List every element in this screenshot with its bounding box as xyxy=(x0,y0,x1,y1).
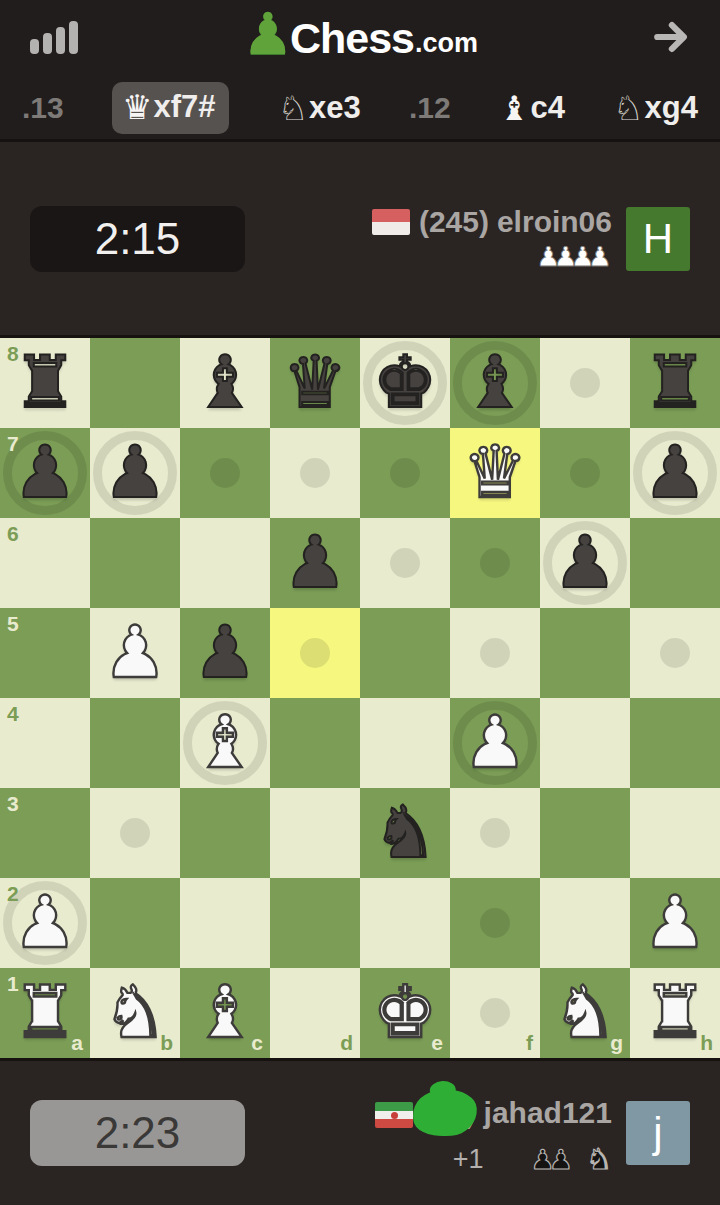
square-c6[interactable] xyxy=(180,518,270,608)
square-h6[interactable] xyxy=(630,518,720,608)
bottom-player-clock: 2:23 xyxy=(30,1100,245,1166)
black-rook-h8[interactable]: ♜ xyxy=(630,338,720,428)
move-hint-dot-h5 xyxy=(660,638,690,668)
move-ticker: .13 ♛ xf7# ♘ xe3 .12 ♝ c4 ♘ xg4 xyxy=(0,76,720,142)
square-c5[interactable]: ♟ xyxy=(180,608,270,698)
captured-white-pawns: ♟♟♟♟ xyxy=(536,241,612,272)
square-b2[interactable] xyxy=(90,878,180,968)
square-f5[interactable] xyxy=(450,608,540,698)
captured-black-knight: ♞ xyxy=(586,1142,612,1176)
black-king-e8[interactable]: ♚ xyxy=(360,338,450,428)
square-g7[interactable] xyxy=(540,428,630,518)
black-pawn-d6[interactable]: ♟ xyxy=(270,518,360,608)
pawn-logo-icon: ♟ xyxy=(242,5,294,63)
square-e3[interactable]: ♞ xyxy=(360,788,450,878)
square-g3[interactable] xyxy=(540,788,630,878)
white-pawn-f4[interactable]: ♟ xyxy=(450,698,540,788)
square-a2[interactable]: 2♟ xyxy=(0,878,90,968)
move-hint-dot-f1 xyxy=(480,998,510,1028)
move-hint-dot-e6 xyxy=(390,548,420,578)
square-a4[interactable]: 4 xyxy=(0,698,90,788)
move-text: xe3 xyxy=(309,90,361,126)
move-hint-dot-f2 xyxy=(480,908,510,938)
square-e4[interactable] xyxy=(360,698,450,788)
move-qxf7-mate[interactable]: ♛ xf7# xyxy=(112,82,230,134)
signal-bars-icon xyxy=(30,21,78,54)
square-d5[interactable] xyxy=(270,608,360,698)
square-c4[interactable]: ♝ xyxy=(180,698,270,788)
white-bishop-c1[interactable]: ♝ xyxy=(180,968,270,1058)
file-label-d: d xyxy=(340,1031,353,1055)
square-b5[interactable]: ♟ xyxy=(90,608,180,698)
black-rook-a8[interactable]: ♜ xyxy=(0,338,90,428)
bottom-player-avatar[interactable]: j xyxy=(626,1101,690,1165)
square-b3[interactable] xyxy=(90,788,180,878)
white-pawn-h2[interactable]: ♟ xyxy=(630,878,720,968)
square-b7[interactable]: ♟ xyxy=(90,428,180,518)
square-h3[interactable] xyxy=(630,788,720,878)
square-h8[interactable]: ♜ xyxy=(630,338,720,428)
black-knight-e3[interactable]: ♞ xyxy=(360,788,450,878)
move-text: c4 xyxy=(530,90,564,126)
rating-hidden-scribble xyxy=(412,1088,478,1137)
square-b6[interactable] xyxy=(90,518,180,608)
square-a6[interactable]: 6 xyxy=(0,518,90,608)
square-d8[interactable]: ♛ xyxy=(270,338,360,428)
square-e5[interactable] xyxy=(360,608,450,698)
square-f2[interactable] xyxy=(450,878,540,968)
chesscom-logo: ♟ Chess .com xyxy=(242,13,478,63)
white-bishop-c4[interactable]: ♝ xyxy=(180,698,270,788)
move-bc4[interactable]: ♝ c4 xyxy=(499,88,565,128)
app-header: ♟ Chess .com xyxy=(0,0,720,76)
material-advantage: +1 xyxy=(453,1144,484,1175)
square-c7[interactable] xyxy=(180,428,270,518)
bottom-player-bar: 2:23 () jahad121 +1 ♟♟ ♞ j xyxy=(0,1061,720,1205)
black-pawn-a7[interactable]: ♟ xyxy=(0,428,90,518)
square-f8[interactable]: ♝ xyxy=(450,338,540,428)
black-pawn-g6[interactable]: ♟ xyxy=(540,518,630,608)
bottom-player-name[interactable]: () jahad121 xyxy=(419,1090,612,1140)
white-rook-a1[interactable]: ♜ xyxy=(0,968,90,1058)
square-g1[interactable]: g♞ xyxy=(540,968,630,1058)
iran-flag-icon xyxy=(375,1102,413,1128)
square-c1[interactable]: c♝ xyxy=(180,968,270,1058)
square-g6[interactable]: ♟ xyxy=(540,518,630,608)
top-player-rating: (245) xyxy=(419,205,489,238)
square-f3[interactable] xyxy=(450,788,540,878)
square-f6[interactable] xyxy=(450,518,540,608)
square-b8[interactable] xyxy=(90,338,180,428)
square-f4[interactable]: ♟ xyxy=(450,698,540,788)
top-clock-time: 2:15 xyxy=(95,214,181,264)
square-a5[interactable]: 5 xyxy=(0,608,90,698)
white-bishop-icon: ♝ xyxy=(499,88,529,128)
black-knight-icon: ♘ xyxy=(613,88,643,128)
move-hint-dot-b3 xyxy=(120,818,150,848)
avatar-letter: j xyxy=(653,1109,662,1157)
square-a8[interactable]: 8♜ xyxy=(0,338,90,428)
square-d4[interactable] xyxy=(270,698,360,788)
move-number: .12 xyxy=(409,91,451,125)
rank-label-3: 3 xyxy=(7,792,19,816)
move-hint-dot-g7 xyxy=(570,458,600,488)
square-d3[interactable] xyxy=(270,788,360,878)
move-text: xf7# xyxy=(153,89,215,125)
top-player-name[interactable]: (245)elroin06 xyxy=(419,205,612,239)
square-c3[interactable] xyxy=(180,788,270,878)
move-nxe3[interactable]: ♘ xe3 xyxy=(278,88,361,128)
black-knight-icon: ♘ xyxy=(278,88,308,128)
black-pawn-h7[interactable]: ♟ xyxy=(630,428,720,518)
black-pawn-c5[interactable]: ♟ xyxy=(180,608,270,698)
white-queen-f7[interactable]: ♛ xyxy=(450,428,540,518)
rank-label-4: 4 xyxy=(7,702,19,726)
square-h5[interactable] xyxy=(630,608,720,698)
move-hint-dot-d7 xyxy=(300,458,330,488)
move-hint-dot-f5 xyxy=(480,638,510,668)
square-d7[interactable] xyxy=(270,428,360,518)
square-h1[interactable]: h♜ xyxy=(630,968,720,1058)
square-e6[interactable] xyxy=(360,518,450,608)
square-c8[interactable]: ♝ xyxy=(180,338,270,428)
white-queen-icon: ♛ xyxy=(122,87,152,127)
black-queen-d8[interactable]: ♛ xyxy=(270,338,360,428)
black-bishop-f8[interactable]: ♝ xyxy=(450,338,540,428)
square-c2[interactable] xyxy=(180,878,270,968)
square-h4[interactable] xyxy=(630,698,720,788)
square-h2[interactable]: ♟ xyxy=(630,878,720,968)
square-f1[interactable]: f xyxy=(450,968,540,1058)
square-g4[interactable] xyxy=(540,698,630,788)
square-a1[interactable]: 1a♜ xyxy=(0,968,90,1058)
indonesia-flag-icon xyxy=(372,209,410,235)
white-pawn-a2[interactable]: ♟ xyxy=(0,878,90,968)
rank-label-5: 5 xyxy=(7,612,19,636)
move-hint-dot-f6 xyxy=(480,548,510,578)
rank-label-6: 6 xyxy=(7,522,19,546)
black-bishop-c8[interactable]: ♝ xyxy=(180,338,270,428)
square-b1[interactable]: b♞ xyxy=(90,968,180,1058)
square-f7[interactable]: ♛ xyxy=(450,428,540,518)
white-king-e1[interactable]: ♚ xyxy=(360,968,450,1058)
square-d1[interactable]: d xyxy=(270,968,360,1058)
move-hint-dot-g8 xyxy=(570,368,600,398)
move-hint-dot-e7 xyxy=(390,458,420,488)
move-hint-dot-c7 xyxy=(210,458,240,488)
forward-arrow-icon[interactable] xyxy=(648,14,694,60)
square-g2[interactable] xyxy=(540,878,630,968)
move-hint-dot-d5 xyxy=(300,638,330,668)
square-e7[interactable] xyxy=(360,428,450,518)
move-number: .13 xyxy=(22,91,64,125)
black-pawn-b7[interactable]: ♟ xyxy=(90,428,180,518)
square-e2[interactable] xyxy=(360,878,450,968)
file-label-f: f xyxy=(526,1031,533,1055)
white-knight-b1[interactable]: ♞ xyxy=(90,968,180,1058)
square-a7[interactable]: 7♟ xyxy=(0,428,90,518)
square-h7[interactable]: ♟ xyxy=(630,428,720,518)
top-player-bar: 2:15 (245)elroin06 ♟♟♟♟ H xyxy=(0,142,720,335)
square-d6[interactable]: ♟ xyxy=(270,518,360,608)
square-b4[interactable] xyxy=(90,698,180,788)
square-a3[interactable]: 3 xyxy=(0,788,90,878)
top-player-avatar[interactable]: H xyxy=(626,207,690,271)
move-text: xg4 xyxy=(645,90,698,126)
brand-text: Chess xyxy=(290,14,414,63)
captured-black-pawns: ♟♟ xyxy=(531,1144,573,1175)
avatar-letter: H xyxy=(643,215,673,263)
chess-board: 8♜♝♛♚♝♜7♟♟♛♟6♟♟5♟♟4♝♟3♞2♟♟1a♜b♞c♝de♚fg♞h… xyxy=(0,335,720,1061)
square-g5[interactable] xyxy=(540,608,630,698)
brand-suffix-text: .com xyxy=(415,28,478,59)
square-g8[interactable] xyxy=(540,338,630,428)
square-d2[interactable] xyxy=(270,878,360,968)
top-player-clock: 2:15 xyxy=(30,206,245,272)
square-e1[interactable]: e♚ xyxy=(360,968,450,1058)
bottom-clock-time: 2:23 xyxy=(95,1108,181,1158)
white-rook-h1[interactable]: ♜ xyxy=(630,968,720,1058)
square-e8[interactable]: ♚ xyxy=(360,338,450,428)
move-hint-dot-f3 xyxy=(480,818,510,848)
white-pawn-b5[interactable]: ♟ xyxy=(90,608,180,698)
white-knight-g1[interactable]: ♞ xyxy=(540,968,630,1058)
move-nxg4[interactable]: ♘ xg4 xyxy=(613,88,698,128)
